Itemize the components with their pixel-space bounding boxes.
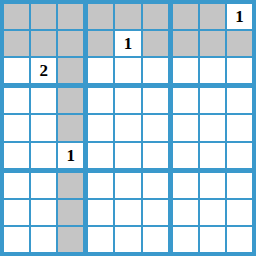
cell-r9c6[interactable] (143, 227, 168, 252)
box-r2c2 (88, 88, 167, 167)
cell-r9c3[interactable] (58, 227, 83, 252)
cell-r5c9[interactable] (227, 115, 252, 140)
cell-r3c8[interactable] (200, 58, 225, 83)
cell-r2c6[interactable] (143, 31, 168, 56)
box-r3c1 (4, 173, 83, 252)
cell-r4c2[interactable] (31, 88, 56, 113)
cell-r2c3[interactable] (58, 31, 83, 56)
cell-r5c7[interactable] (173, 115, 198, 140)
cell-r2c2[interactable] (31, 31, 56, 56)
box-r2c1: 1 (4, 88, 83, 167)
cell-r9c8[interactable] (200, 227, 225, 252)
cell-r9c7[interactable] (173, 227, 198, 252)
cell-r4c9[interactable] (227, 88, 252, 113)
cell-r7c6[interactable] (143, 173, 168, 198)
cell-r7c3[interactable] (58, 173, 83, 198)
cell-r2c7[interactable] (173, 31, 198, 56)
cell-r6c1[interactable] (4, 143, 29, 168)
box-r3c3 (173, 173, 252, 252)
cell-r7c5[interactable] (115, 173, 140, 198)
cell-r9c9[interactable] (227, 227, 252, 252)
cell-r1c5[interactable] (115, 4, 140, 29)
cell-r8c8[interactable] (200, 200, 225, 225)
cell-r9c4[interactable] (88, 227, 113, 252)
cell-r3c9[interactable] (227, 58, 252, 83)
cell-r5c2[interactable] (31, 115, 56, 140)
cell-r3c2[interactable]: 2 (31, 58, 56, 83)
cell-r8c5[interactable] (115, 200, 140, 225)
cell-r9c2[interactable] (31, 227, 56, 252)
cell-r1c2[interactable] (31, 4, 56, 29)
cell-r2c1[interactable] (4, 31, 29, 56)
cell-r3c3[interactable] (58, 58, 83, 83)
cell-r7c9[interactable] (227, 173, 252, 198)
cell-r3c1[interactable] (4, 58, 29, 83)
cell-r6c4[interactable] (88, 143, 113, 168)
box-r2c3 (173, 88, 252, 167)
cell-r5c3[interactable] (58, 115, 83, 140)
cell-r2c5[interactable]: 1 (115, 31, 140, 56)
cell-r5c6[interactable] (143, 115, 168, 140)
cell-r5c5[interactable] (115, 115, 140, 140)
cell-r4c6[interactable] (143, 88, 168, 113)
cell-r1c8[interactable] (200, 4, 225, 29)
cell-r8c2[interactable] (31, 200, 56, 225)
cell-r5c8[interactable] (200, 115, 225, 140)
cell-r8c4[interactable] (88, 200, 113, 225)
cell-r4c3[interactable] (58, 88, 83, 113)
box-r1c2: 1 (88, 4, 167, 83)
cell-r7c2[interactable] (31, 173, 56, 198)
cell-r6c5[interactable] (115, 143, 140, 168)
cell-r7c7[interactable] (173, 173, 198, 198)
puzzle-board: 2111 (0, 0, 256, 256)
cell-r9c5[interactable] (115, 227, 140, 252)
cell-r1c3[interactable] (58, 4, 83, 29)
box-r1c1: 2 (4, 4, 83, 83)
cell-r1c7[interactable] (173, 4, 198, 29)
cell-r6c7[interactable] (173, 143, 198, 168)
cell-r3c6[interactable] (143, 58, 168, 83)
cell-r2c8[interactable] (200, 31, 225, 56)
cell-r5c4[interactable] (88, 115, 113, 140)
cell-r4c8[interactable] (200, 88, 225, 113)
box-r3c2 (88, 173, 167, 252)
cell-r3c5[interactable] (115, 58, 140, 83)
cell-r7c1[interactable] (4, 173, 29, 198)
cell-r8c9[interactable] (227, 200, 252, 225)
cell-r4c7[interactable] (173, 88, 198, 113)
cell-r1c1[interactable] (4, 4, 29, 29)
cell-r7c4[interactable] (88, 173, 113, 198)
cell-r6c6[interactable] (143, 143, 168, 168)
cell-r1c6[interactable] (143, 4, 168, 29)
cell-r5c1[interactable] (4, 115, 29, 140)
cell-r4c5[interactable] (115, 88, 140, 113)
cell-r6c2[interactable] (31, 143, 56, 168)
cell-r6c8[interactable] (200, 143, 225, 168)
cell-r8c6[interactable] (143, 200, 168, 225)
cell-r3c7[interactable] (173, 58, 198, 83)
cell-r6c3[interactable]: 1 (58, 143, 83, 168)
cell-r1c9[interactable]: 1 (227, 4, 252, 29)
cell-r3c4[interactable] (88, 58, 113, 83)
cell-r8c3[interactable] (58, 200, 83, 225)
cell-r8c7[interactable] (173, 200, 198, 225)
cell-r1c4[interactable] (88, 4, 113, 29)
cell-r4c4[interactable] (88, 88, 113, 113)
cell-r7c8[interactable] (200, 173, 225, 198)
cell-r2c4[interactable] (88, 31, 113, 56)
cell-r6c9[interactable] (227, 143, 252, 168)
cell-r4c1[interactable] (4, 88, 29, 113)
cell-r9c1[interactable] (4, 227, 29, 252)
cell-r2c9[interactable] (227, 31, 252, 56)
cell-r8c1[interactable] (4, 200, 29, 225)
box-r1c3: 1 (173, 4, 252, 83)
